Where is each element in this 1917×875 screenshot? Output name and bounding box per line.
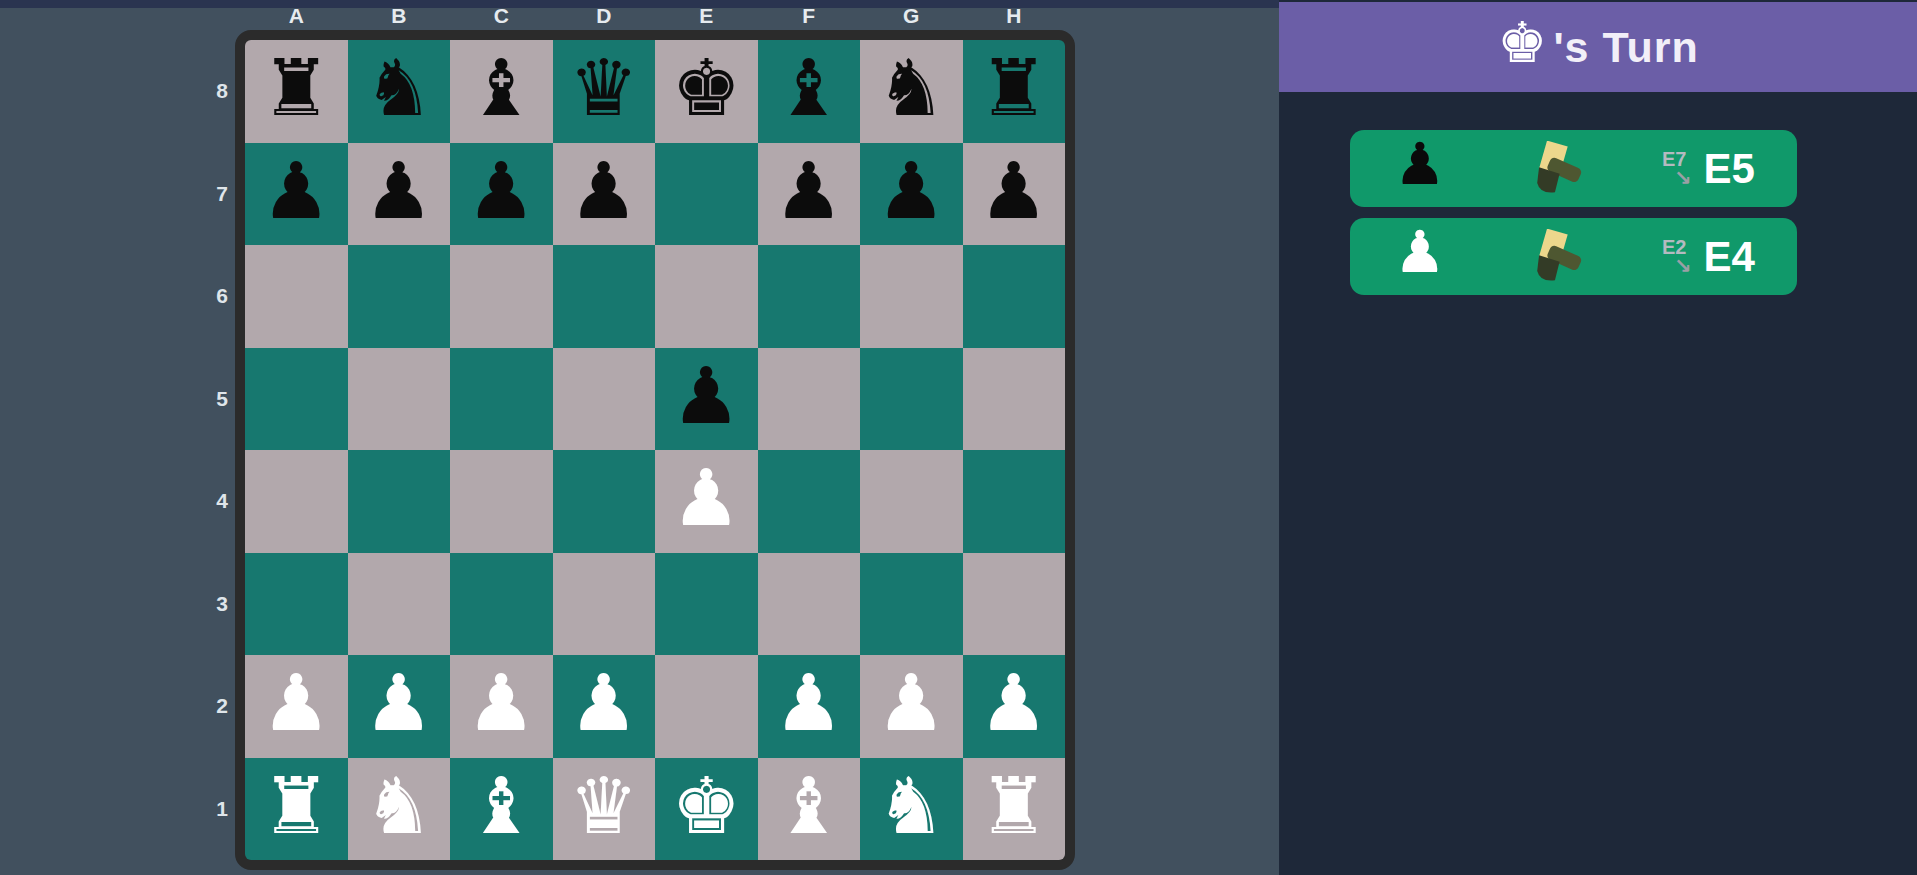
rank-label-3: 3 xyxy=(197,553,235,656)
piece-wq: ♛ xyxy=(569,755,639,864)
board-wrap: ABCDEFGH 87654321 ♜♞♝♛♚♝♞♜♟♟♟♟♟♟♟♟♟♟♟♟♟♟… xyxy=(197,2,1077,872)
square-e1[interactable]: ♚ xyxy=(655,758,758,861)
square-e2[interactable] xyxy=(655,655,758,758)
square-g7[interactable]: ♟ xyxy=(860,143,963,246)
piece-wp: ♟ xyxy=(876,652,946,761)
move-list: ♟ E7 ↘ E5 ♟ E2 xyxy=(1350,130,1797,306)
rank-label-4: 4 xyxy=(197,450,235,553)
piece-bn: ♞ xyxy=(876,37,946,146)
turn-indicator: ♚ 's Turn xyxy=(1279,2,1917,92)
square-e7[interactable] xyxy=(655,143,758,246)
square-c5[interactable] xyxy=(450,348,553,451)
rank-label-5: 5 xyxy=(197,348,235,451)
piece-br: ♜ xyxy=(979,37,1049,146)
file-label-g: G xyxy=(860,2,963,30)
white-king-icon: ♚ xyxy=(1497,0,1547,96)
piece-bp: ♟ xyxy=(876,140,946,249)
square-a3[interactable] xyxy=(245,553,348,656)
square-f5[interactable] xyxy=(758,348,861,451)
square-a8[interactable]: ♜ xyxy=(245,40,348,143)
rank-label-7: 7 xyxy=(197,143,235,246)
square-h3[interactable] xyxy=(963,553,1066,656)
piece-wb: ♝ xyxy=(774,755,844,864)
square-g4[interactable] xyxy=(860,450,963,553)
piece-bb: ♝ xyxy=(466,37,536,146)
square-h7[interactable]: ♟ xyxy=(963,143,1066,246)
square-c2[interactable]: ♟ xyxy=(450,655,553,758)
square-e5[interactable]: ♟ xyxy=(655,348,758,451)
white-pawn-icon: ♟ xyxy=(1394,214,1446,299)
square-f7[interactable]: ♟ xyxy=(758,143,861,246)
square-e4[interactable]: ♟ xyxy=(655,450,758,553)
file-labels: ABCDEFGH xyxy=(245,2,1065,30)
move-from-group: E7 ↘ xyxy=(1662,149,1692,188)
square-d7[interactable]: ♟ xyxy=(553,143,656,246)
piece-wp: ♟ xyxy=(569,652,639,761)
square-c1[interactable]: ♝ xyxy=(450,758,553,861)
square-b2[interactable]: ♟ xyxy=(348,655,451,758)
square-b6[interactable] xyxy=(348,245,451,348)
file-label-h: H xyxy=(963,2,1066,30)
square-f3[interactable] xyxy=(758,553,861,656)
square-b5[interactable] xyxy=(348,348,451,451)
arrow-down-right-icon: ↘ xyxy=(1674,167,1692,188)
square-b4[interactable] xyxy=(348,450,451,553)
square-d4[interactable] xyxy=(553,450,656,553)
square-b1[interactable]: ♞ xyxy=(348,758,451,861)
black-pawn-icon: ♟ xyxy=(1394,126,1446,211)
piece-bp: ♟ xyxy=(466,140,536,249)
piece-br: ♜ xyxy=(261,37,331,146)
piece-bp: ♟ xyxy=(261,140,331,249)
square-g2[interactable]: ♟ xyxy=(860,655,963,758)
piece-wb: ♝ xyxy=(466,755,536,864)
square-c6[interactable] xyxy=(450,245,553,348)
square-f1[interactable]: ♝ xyxy=(758,758,861,861)
square-g5[interactable] xyxy=(860,348,963,451)
square-c7[interactable]: ♟ xyxy=(450,143,553,246)
square-a5[interactable] xyxy=(245,348,348,451)
square-h2[interactable]: ♟ xyxy=(963,655,1066,758)
square-b7[interactable]: ♟ xyxy=(348,143,451,246)
square-d5[interactable] xyxy=(553,348,656,451)
rank-label-8: 8 xyxy=(197,40,235,143)
rank-labels: 87654321 xyxy=(197,40,235,860)
square-a2[interactable]: ♟ xyxy=(245,655,348,758)
piece-bp: ♟ xyxy=(569,140,639,249)
piece-wp: ♟ xyxy=(261,652,331,761)
square-a4[interactable] xyxy=(245,450,348,553)
piece-wp: ♟ xyxy=(671,447,741,556)
square-c4[interactable] xyxy=(450,450,553,553)
piece-wn: ♞ xyxy=(876,755,946,864)
piece-bk: ♚ xyxy=(671,37,741,146)
square-h6[interactable] xyxy=(963,245,1066,348)
square-e3[interactable] xyxy=(655,553,758,656)
move-to-square: E5 xyxy=(1704,145,1755,193)
piece-bq: ♛ xyxy=(569,37,639,146)
hand-move-icon xyxy=(1526,229,1582,285)
square-a1[interactable]: ♜ xyxy=(245,758,348,861)
piece-bb: ♝ xyxy=(774,37,844,146)
square-f6[interactable] xyxy=(758,245,861,348)
piece-wp: ♟ xyxy=(466,652,536,761)
square-h8[interactable]: ♜ xyxy=(963,40,1066,143)
square-d1[interactable]: ♛ xyxy=(553,758,656,861)
square-g8[interactable]: ♞ xyxy=(860,40,963,143)
arrow-down-right-icon: ↘ xyxy=(1674,255,1692,276)
square-a6[interactable] xyxy=(245,245,348,348)
square-d2[interactable]: ♟ xyxy=(553,655,656,758)
piece-bp: ♟ xyxy=(364,140,434,249)
piece-bp: ♟ xyxy=(979,140,1049,249)
piece-wp: ♟ xyxy=(364,652,434,761)
square-e8[interactable]: ♚ xyxy=(655,40,758,143)
move-row-white-e4[interactable]: ♟ E2 ↘ E4 xyxy=(1350,218,1797,295)
square-e6[interactable] xyxy=(655,245,758,348)
square-f2[interactable]: ♟ xyxy=(758,655,861,758)
square-f4[interactable] xyxy=(758,450,861,553)
piece-wr: ♜ xyxy=(979,755,1049,864)
move-from-group: E2 ↘ xyxy=(1662,237,1692,276)
move-history-panel: ♚ 's Turn ♟ E7 ↘ E5 ♟ xyxy=(1279,0,1917,875)
file-label-f: F xyxy=(758,2,861,30)
piece-wr: ♜ xyxy=(261,755,331,864)
piece-wk: ♚ xyxy=(671,755,741,864)
square-g1[interactable]: ♞ xyxy=(860,758,963,861)
file-label-b: B xyxy=(348,2,451,30)
file-label-e: E xyxy=(655,2,758,30)
file-label-d: D xyxy=(553,2,656,30)
piece-bp: ♟ xyxy=(671,345,741,454)
square-h1[interactable]: ♜ xyxy=(963,758,1066,861)
hand-move-icon xyxy=(1526,141,1582,197)
square-d8[interactable]: ♛ xyxy=(553,40,656,143)
square-a7[interactable]: ♟ xyxy=(245,143,348,246)
piece-bp: ♟ xyxy=(774,140,844,249)
square-g6[interactable] xyxy=(860,245,963,348)
square-g3[interactable] xyxy=(860,553,963,656)
square-d6[interactable] xyxy=(553,245,656,348)
square-h4[interactable] xyxy=(963,450,1066,553)
square-f8[interactable]: ♝ xyxy=(758,40,861,143)
piece-wp: ♟ xyxy=(774,652,844,761)
square-c8[interactable]: ♝ xyxy=(450,40,553,143)
piece-wn: ♞ xyxy=(364,755,434,864)
rank-label-2: 2 xyxy=(197,655,235,758)
chess-board: ♜♞♝♛♚♝♞♜♟♟♟♟♟♟♟♟♟♟♟♟♟♟♟♟♜♞♝♛♚♝♞♜ xyxy=(235,30,1075,870)
square-h5[interactable] xyxy=(963,348,1066,451)
move-row-black-e5[interactable]: ♟ E7 ↘ E5 xyxy=(1350,130,1797,207)
rank-label-6: 6 xyxy=(197,245,235,348)
file-label-c: C xyxy=(450,2,553,30)
square-b8[interactable]: ♞ xyxy=(348,40,451,143)
square-b3[interactable] xyxy=(348,553,451,656)
square-d3[interactable] xyxy=(553,553,656,656)
piece-wp: ♟ xyxy=(979,652,1049,761)
game-area: ABCDEFGH 87654321 ♜♞♝♛♚♝♞♜♟♟♟♟♟♟♟♟♟♟♟♟♟♟… xyxy=(0,0,1279,875)
turn-text: 's Turn xyxy=(1553,23,1698,72)
square-c3[interactable] xyxy=(450,553,553,656)
piece-bn: ♞ xyxy=(364,37,434,146)
file-label-a: A xyxy=(245,2,348,30)
rank-label-1: 1 xyxy=(197,758,235,861)
move-to-square: E4 xyxy=(1704,233,1755,281)
